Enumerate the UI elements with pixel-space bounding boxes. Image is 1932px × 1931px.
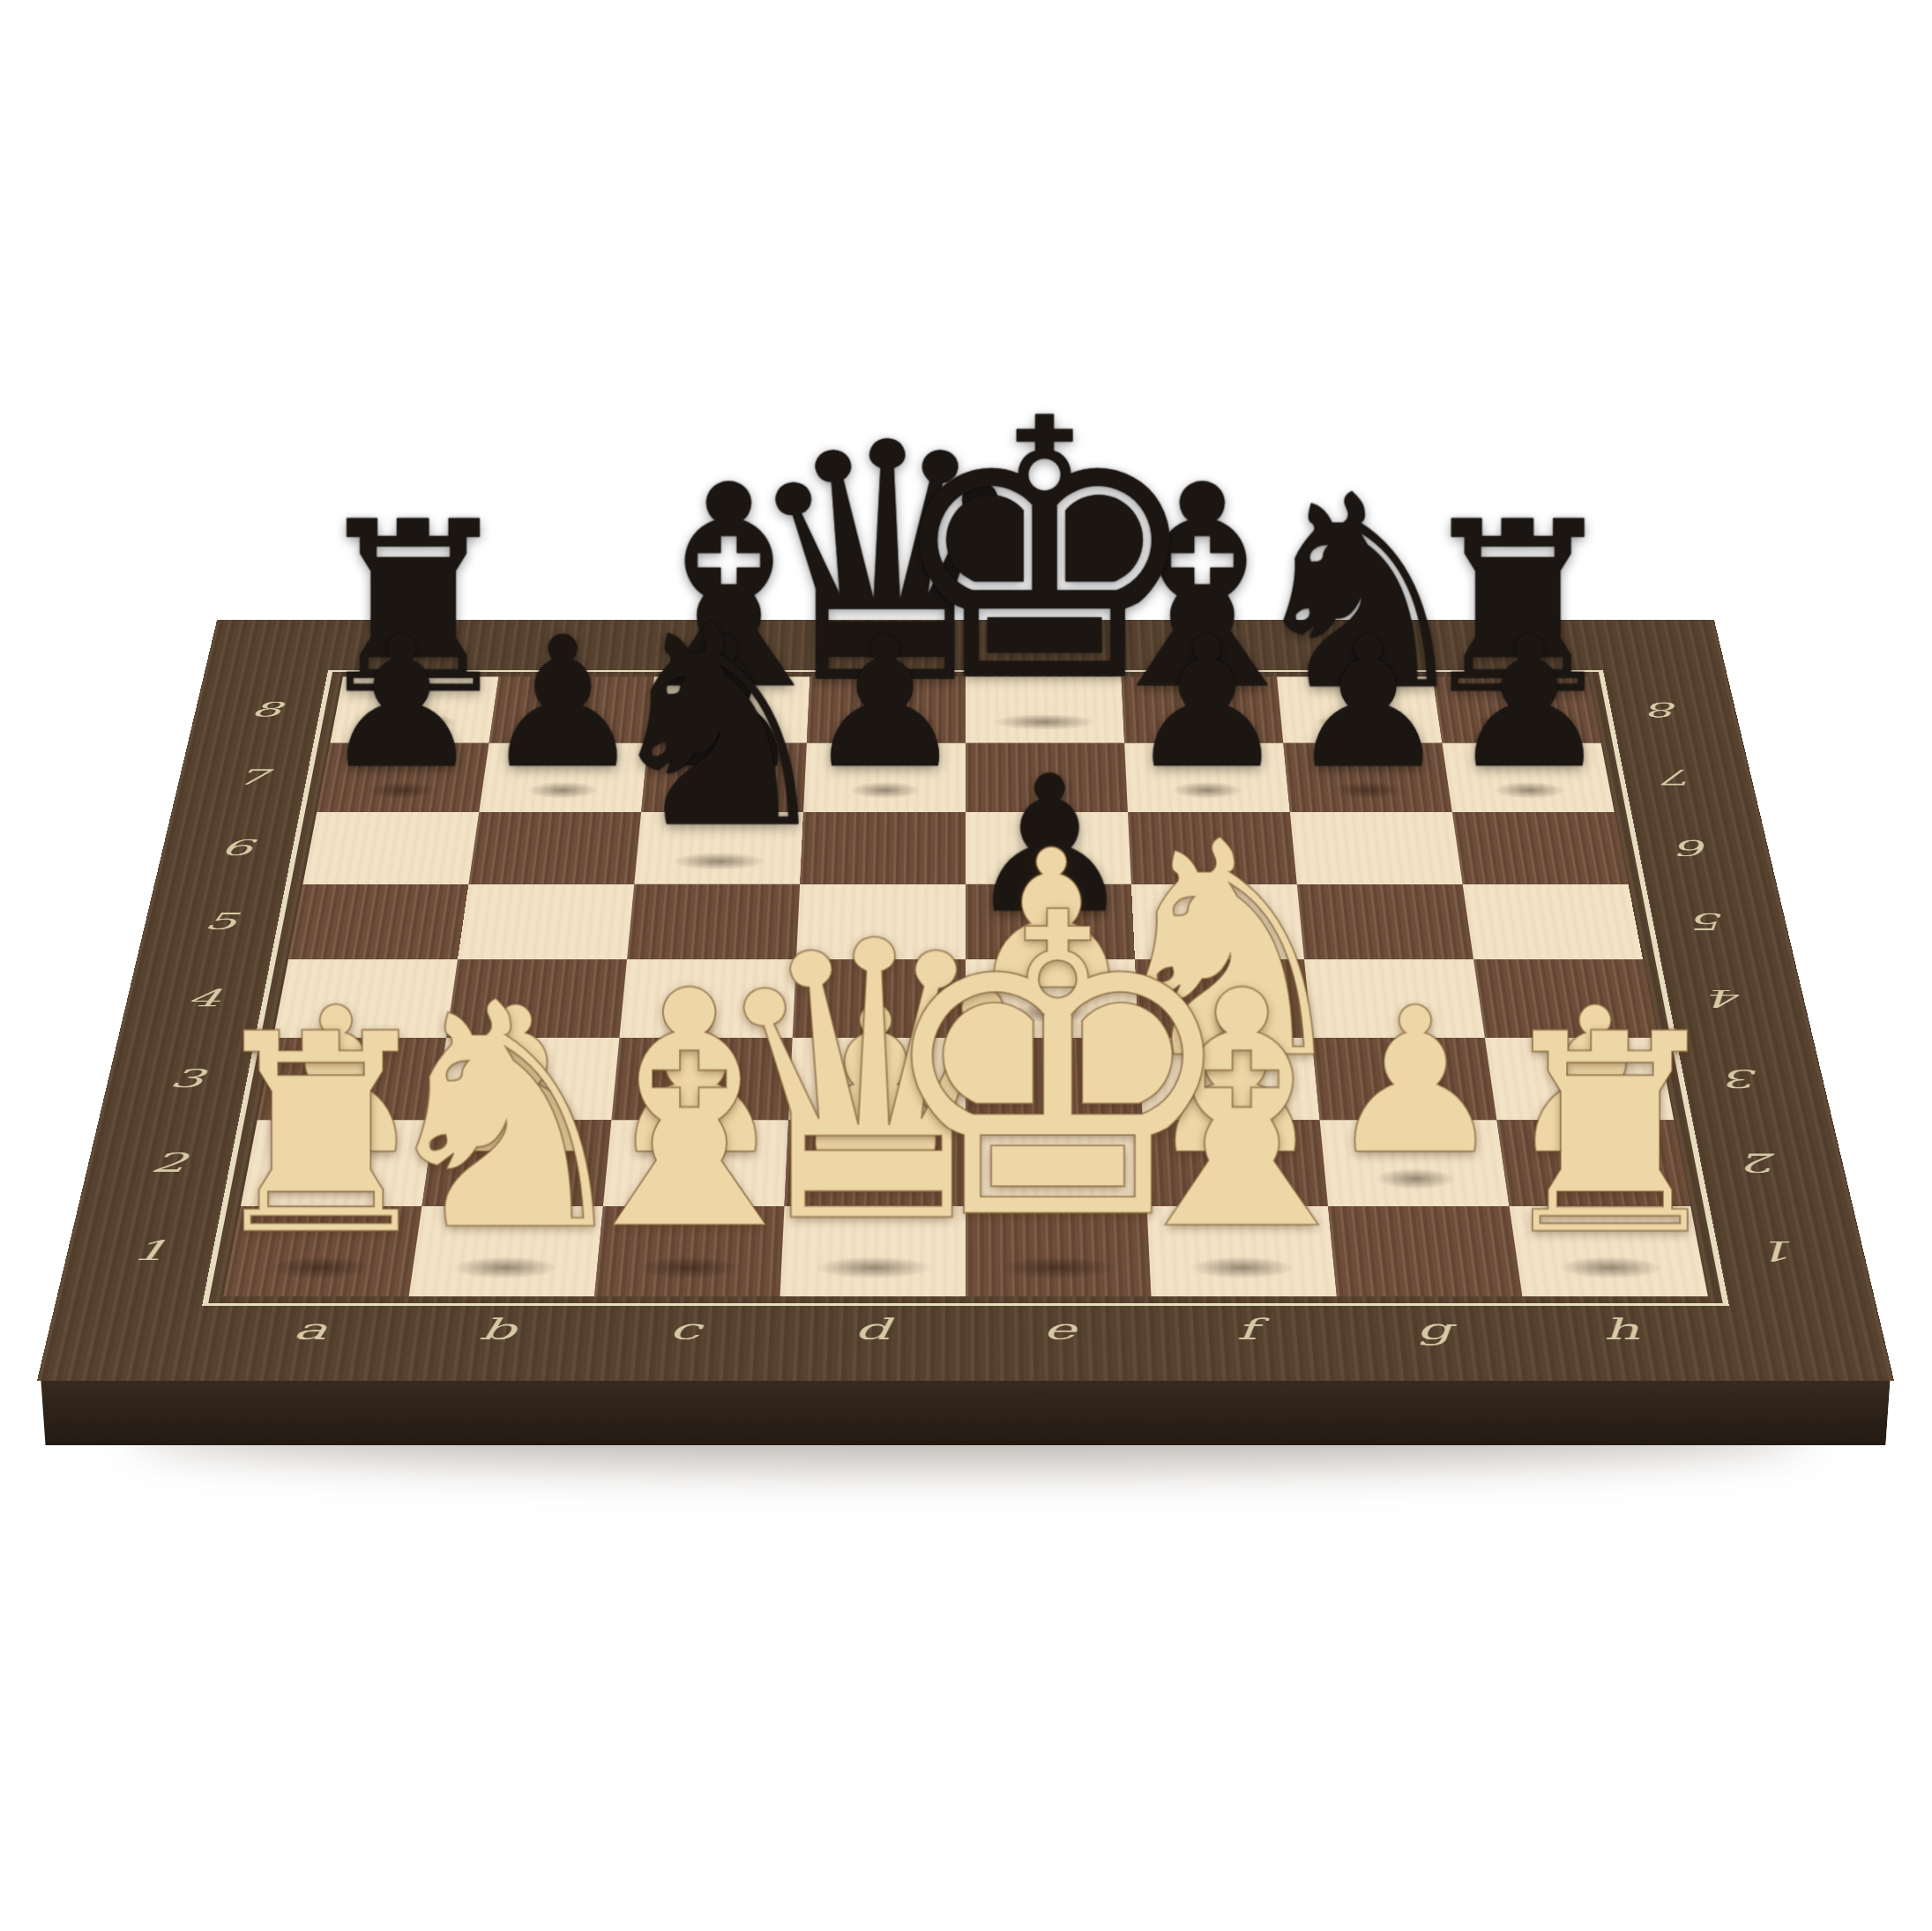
piece-white-king-e1: ♚ [870, 870, 1244, 1267]
file-label-c: c [586, 1296, 780, 1381]
rank-label-5: 5 [137, 884, 302, 959]
file-label-h: h [1522, 1296, 1724, 1381]
file-label-g: g [1337, 1296, 1534, 1381]
file-label-a: a [207, 1296, 409, 1381]
board-scene: ♜♝♛♚♝♞♜♟♟♟♟♟♟♟♞♟♟♞♟♟♟♟♟♟♟♜♞♝♛♚♝♜ 8765432… [137, 130, 1794, 1788]
piece-white-rook-h1: ♜ [1487, 1005, 1734, 1267]
piece-black-pawn-h7: ♟ [1449, 618, 1610, 789]
chess-board: ♜♝♛♚♝♞♜♟♟♟♟♟♟♟♞♟♟♞♟♟♟♟♟♟♟♜♞♝♛♚♝♜ 8765432… [37, 620, 1894, 1381]
file-label-e: e [966, 1296, 1155, 1381]
rank-label-7: 7 [172, 743, 331, 812]
square-a6 [302, 812, 479, 884]
board-grid: ♜♝♛♚♝♞♜♟♟♟♟♟♟♟♞♟♟♞♟♟♟♟♟♟♟♜♞♝♛♚♝♜ [223, 676, 1708, 1296]
file-label-d: d [776, 1296, 966, 1381]
piece-black-pawn-f7: ♟ [1126, 618, 1287, 789]
file-label-b: b [397, 1296, 594, 1381]
rank-label-6: 6 [154, 812, 317, 884]
square-h6 [1452, 812, 1629, 884]
square-h1: ♜ [1510, 1206, 1708, 1296]
rank-label-5: 5 [1629, 884, 1794, 959]
file-label-f: f [1151, 1296, 1345, 1381]
file-labels-bottom: abcdefgh [207, 1296, 1725, 1381]
piece-black-pawn-a7: ♟ [321, 618, 482, 789]
piece-black-knight-c6: ♞ [594, 596, 844, 861]
square-e8: ♚ [966, 676, 1124, 742]
product-photo-page: { "game": "chess", "position": { "fen": … [0, 0, 1932, 1931]
board-front-edge [41, 1381, 1890, 1445]
piece-black-pawn-g7: ♟ [1287, 618, 1449, 789]
rank-label-7: 7 [1601, 743, 1760, 812]
rank-label-6: 6 [1615, 812, 1777, 884]
square-h5 [1463, 884, 1643, 959]
square-a7: ♟ [317, 743, 489, 812]
square-e1: ♚ [966, 1206, 1151, 1296]
square-h7: ♟ [1442, 743, 1614, 812]
